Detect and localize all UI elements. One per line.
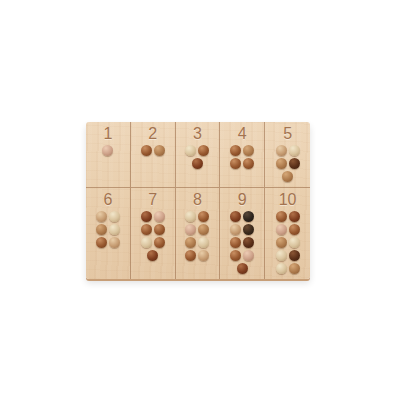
counting-bead-tanbrown[interactable] <box>198 224 209 235</box>
counting-bead-redbrown[interactable] <box>141 211 152 222</box>
counting-bead-brown[interactable] <box>96 237 107 248</box>
bead-row <box>220 237 264 248</box>
bead-row <box>265 237 310 248</box>
bead-row <box>176 237 220 248</box>
counting-bead-redbrown[interactable] <box>147 250 158 261</box>
cell-3[interactable]: 3 <box>176 122 221 188</box>
counting-bead-tanbrown[interactable] <box>276 237 287 248</box>
bead-row <box>265 263 310 274</box>
counting-bead-redbrown[interactable] <box>289 211 300 222</box>
counting-bead-brown[interactable] <box>230 158 241 169</box>
bead-row <box>220 145 264 156</box>
counting-bead-tanbrown[interactable] <box>282 171 293 182</box>
bead-row <box>176 224 220 235</box>
cell-2-number: 2 <box>148 125 157 143</box>
counting-bead-redbrown[interactable] <box>192 158 203 169</box>
counting-bead-cream[interactable] <box>109 224 120 235</box>
bead-row <box>176 250 220 261</box>
counting-bead-tanbrown[interactable] <box>154 145 165 156</box>
bead-row <box>220 224 264 235</box>
counting-bead-pink[interactable] <box>276 224 287 235</box>
counting-bead-cream[interactable] <box>276 263 287 274</box>
cell-10[interactable]: 10 <box>265 188 310 279</box>
counting-bead-pink[interactable] <box>154 211 165 222</box>
counting-bead-redbrown[interactable] <box>230 211 241 222</box>
counting-bead-brown[interactable] <box>198 145 209 156</box>
counting-bead-brown[interactable] <box>185 250 196 261</box>
counting-bead-brown[interactable] <box>276 211 287 222</box>
cell-7-beads <box>131 211 175 261</box>
cell-5-number: 5 <box>283 125 292 143</box>
counting-bead-cream[interactable] <box>276 250 287 261</box>
bead-row <box>176 158 220 169</box>
bead-row <box>86 145 130 156</box>
counting-bead-tanbrown[interactable] <box>289 263 300 274</box>
counting-bead-tanbrown[interactable] <box>96 224 107 235</box>
counting-bead-brown[interactable] <box>198 211 209 222</box>
bead-row <box>220 211 264 222</box>
counting-bead-cream[interactable] <box>289 237 300 248</box>
counting-bead-brown[interactable] <box>230 250 241 261</box>
bead-row <box>86 224 130 235</box>
counting-bead-cream[interactable] <box>185 145 196 156</box>
counting-bead-tan[interactable] <box>109 237 120 248</box>
counting-bead-tan[interactable] <box>198 250 209 261</box>
bead-row <box>176 145 220 156</box>
cell-9-number: 9 <box>238 191 247 209</box>
counting-bead-pink[interactable] <box>185 224 196 235</box>
bead-row <box>265 250 310 261</box>
bead-row <box>86 211 130 222</box>
counting-bead-cream[interactable] <box>185 211 196 222</box>
cell-8-number: 8 <box>193 191 202 209</box>
cell-4[interactable]: 4 <box>220 122 265 188</box>
counting-bead-brown[interactable] <box>289 224 300 235</box>
counting-bead-black[interactable] <box>243 211 254 222</box>
counting-bead-dark[interactable] <box>243 237 254 248</box>
counting-bead-pink[interactable] <box>102 145 113 156</box>
counting-bead-tan[interactable] <box>230 224 241 235</box>
counting-bead-brown[interactable] <box>141 224 152 235</box>
cell-7[interactable]: 7 <box>131 188 176 279</box>
cell-2-beads <box>131 145 175 156</box>
cell-3-number: 3 <box>193 125 202 143</box>
counting-bead-dark[interactable] <box>289 158 300 169</box>
counting-bead-dark[interactable] <box>289 250 300 261</box>
cell-1[interactable]: 1 <box>86 122 131 188</box>
counting-bead-cream[interactable] <box>141 237 152 248</box>
bead-row <box>220 250 264 261</box>
cell-2[interactable]: 2 <box>131 122 176 188</box>
cell-6-number: 6 <box>103 191 112 209</box>
cell-3-beads <box>176 145 220 169</box>
bead-row <box>131 224 175 235</box>
counting-bead-cream[interactable] <box>109 211 120 222</box>
bead-row <box>86 237 130 248</box>
bead-row <box>131 250 175 261</box>
cell-6-beads <box>86 211 130 248</box>
cell-1-number: 1 <box>103 125 112 143</box>
bead-row <box>220 158 264 169</box>
cell-1-beads <box>86 145 130 156</box>
cell-10-beads <box>265 211 310 274</box>
counting-bead-brown[interactable] <box>243 158 254 169</box>
cell-9-beads <box>220 211 264 274</box>
cell-10-number: 10 <box>279 191 297 209</box>
bead-row <box>265 158 310 169</box>
counting-bead-cream[interactable] <box>198 237 209 248</box>
bead-row <box>265 211 310 222</box>
counting-board: 1 2 3 4 5 6 7 8 <box>86 122 310 279</box>
bead-row <box>176 211 220 222</box>
counting-bead-brown[interactable] <box>154 237 165 248</box>
counting-bead-redbrown[interactable] <box>237 263 248 274</box>
bead-row <box>131 145 175 156</box>
counting-bead-tanbrown[interactable] <box>185 237 196 248</box>
counting-bead-brown[interactable] <box>230 237 241 248</box>
bead-row <box>220 263 264 274</box>
counting-bead-tanbrown[interactable] <box>243 145 254 156</box>
bead-row <box>131 211 175 222</box>
bead-row <box>265 171 310 182</box>
cell-8-beads <box>176 211 220 261</box>
counting-bead-cream[interactable] <box>289 145 300 156</box>
counting-bead-tan[interactable] <box>276 145 287 156</box>
cell-9[interactable]: 9 <box>220 188 265 279</box>
cell-6[interactable]: 6 <box>86 188 131 279</box>
bead-row <box>265 145 310 156</box>
counting-bead-brown[interactable] <box>141 145 152 156</box>
counting-bead-espresso[interactable] <box>243 224 254 235</box>
counting-bead-pink[interactable] <box>243 250 254 261</box>
cell-8[interactable]: 8 <box>176 188 221 279</box>
cell-4-number: 4 <box>238 125 247 143</box>
photo-background: 1 2 3 4 5 6 7 8 <box>0 0 400 400</box>
cell-7-number: 7 <box>148 191 157 209</box>
bead-row <box>265 224 310 235</box>
cell-5[interactable]: 5 <box>265 122 310 188</box>
cell-5-beads <box>265 145 310 182</box>
counting-bead-brown[interactable] <box>154 224 165 235</box>
counting-bead-tan[interactable] <box>96 211 107 222</box>
cell-4-beads <box>220 145 264 169</box>
bead-row <box>131 237 175 248</box>
counting-bead-tanbrown[interactable] <box>276 158 287 169</box>
counting-bead-brown[interactable] <box>230 145 241 156</box>
